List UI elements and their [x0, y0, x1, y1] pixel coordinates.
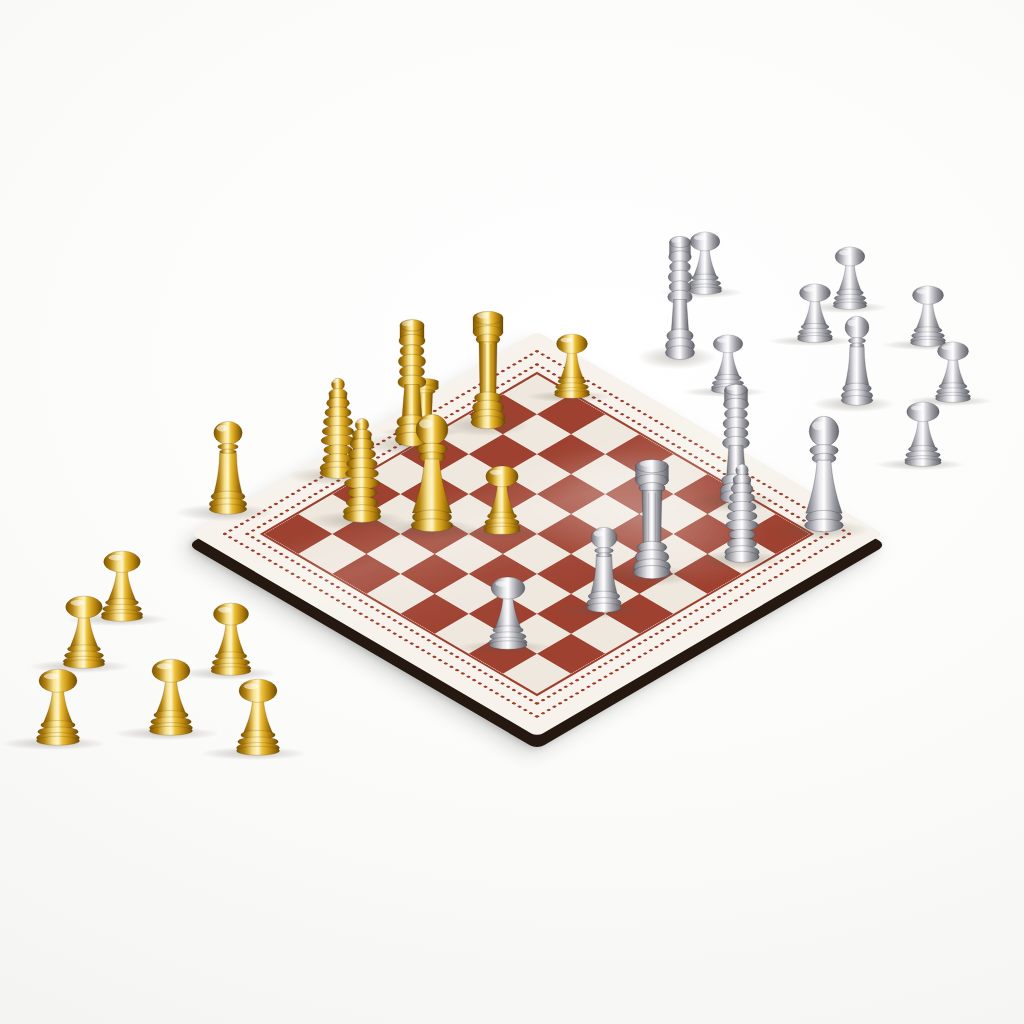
silver-bishop-g6[interactable] [719, 458, 765, 564]
gold-queen-icon [405, 412, 459, 534]
silver-queen-icon [799, 414, 849, 534]
silver-pawn-spare[interactable] [793, 283, 837, 343]
gold-pawn-spare[interactable] [58, 595, 110, 669]
gold-rook-icon [466, 306, 510, 430]
silver-pawn-icon [906, 285, 950, 347]
gold-pawn-icon [550, 333, 594, 399]
gold-bishop-b2[interactable] [337, 412, 387, 524]
gold-knight-icon [203, 420, 253, 516]
gold-pawn-b8[interactable] [550, 333, 594, 399]
scene [0, 0, 1024, 1024]
gold-pawn-icon [231, 678, 285, 756]
gold-pawn-d4[interactable] [479, 465, 525, 535]
gold-pawn-icon [31, 668, 85, 746]
gold-pawn-icon [58, 595, 110, 669]
silver-rook-icon [628, 454, 676, 580]
gold-pawn-icon [144, 658, 198, 736]
gold-pawn-spare[interactable] [231, 678, 285, 756]
gold-bishop-icon [337, 412, 387, 524]
silver-queen-h8[interactable] [799, 414, 849, 534]
gold-pawn-spare[interactable] [31, 668, 85, 746]
silver-pawn-icon [484, 576, 532, 650]
gold-pawn-icon [206, 602, 256, 676]
gold-pawn-icon [479, 465, 525, 535]
silver-knight-icon [836, 315, 878, 407]
gold-pawn-spare[interactable] [206, 602, 256, 676]
silver-pawn-icon [900, 401, 946, 467]
silver-knight-icon [581, 526, 627, 614]
silver-pawn-spare[interactable] [906, 285, 950, 347]
silver-pawn-spare[interactable] [900, 401, 946, 467]
gold-queen-c3[interactable] [405, 412, 459, 534]
silver-pawn-icon [931, 341, 975, 403]
silver-king-icon [660, 232, 700, 362]
silver-knight-spare[interactable] [836, 315, 878, 407]
silver-king-spare[interactable] [660, 232, 700, 362]
silver-bishop-icon [719, 458, 765, 564]
silver-knight-g3[interactable] [581, 526, 627, 614]
silver-rook-g5[interactable] [628, 454, 676, 580]
gold-knight-a1[interactable] [203, 420, 253, 516]
silver-pawn-spare[interactable] [931, 341, 975, 403]
silver-pawn-g1[interactable] [484, 576, 532, 650]
pieces-layer [0, 0, 1024, 1024]
gold-rook-b6[interactable] [466, 306, 510, 430]
gold-pawn-spare[interactable] [144, 658, 198, 736]
silver-pawn-icon [793, 283, 837, 343]
